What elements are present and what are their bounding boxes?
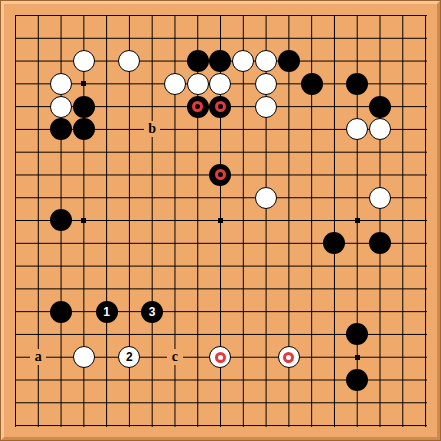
point-label-b: b xyxy=(144,121,160,137)
hoshi-point xyxy=(218,218,223,223)
black-stone xyxy=(278,50,300,72)
black-stone-move-3: 3 xyxy=(141,301,163,323)
goban-frame: 213bac xyxy=(0,0,441,441)
hoshi-point xyxy=(81,81,86,86)
black-stone-marked xyxy=(209,96,231,118)
white-stone xyxy=(73,346,95,368)
white-stone xyxy=(164,73,186,95)
white-stone xyxy=(255,73,277,95)
white-stone xyxy=(187,73,209,95)
black-stone xyxy=(73,118,95,140)
black-stone xyxy=(369,96,391,118)
white-stone xyxy=(369,187,391,209)
black-stone xyxy=(187,50,209,72)
circle-marker xyxy=(215,352,226,363)
black-stone xyxy=(50,301,72,323)
black-stone xyxy=(346,73,368,95)
white-stone xyxy=(255,187,277,209)
black-stone-move-1: 1 xyxy=(96,301,118,323)
black-stone-marked xyxy=(187,96,209,118)
circle-marker xyxy=(283,352,294,363)
white-stone xyxy=(255,96,277,118)
white-stone xyxy=(255,50,277,72)
circle-marker xyxy=(215,169,226,180)
white-stone xyxy=(50,96,72,118)
goban: 213bac xyxy=(4,4,437,437)
goban-bevel: 213bac xyxy=(1,1,440,440)
point-label-a: a xyxy=(30,349,46,365)
hoshi-point xyxy=(81,218,86,223)
hoshi-point xyxy=(355,218,360,223)
white-stone-marked xyxy=(278,346,300,368)
circle-marker xyxy=(192,101,203,112)
black-stone xyxy=(301,73,323,95)
white-stone xyxy=(50,73,72,95)
black-stone xyxy=(73,96,95,118)
point-label-c: c xyxy=(167,349,183,365)
hoshi-point xyxy=(355,355,360,360)
circle-marker xyxy=(215,101,226,112)
white-stone xyxy=(73,50,95,72)
